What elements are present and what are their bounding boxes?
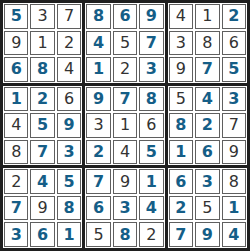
cell-r7c1[interactable]: 2	[4, 169, 28, 194]
cell-r2c8[interactable]: 8	[195, 31, 219, 56]
cell-r9c3[interactable]: 1	[57, 222, 81, 247]
cell-r4c1[interactable]: 1	[4, 87, 28, 112]
block-2-3: 543827169	[168, 86, 247, 166]
cell-r4c3[interactable]: 6	[57, 87, 81, 112]
cell-r8c9[interactable]: 1	[222, 196, 246, 221]
block-1-3: 412386975	[168, 3, 247, 83]
cell-r2c7[interactable]: 3	[169, 31, 193, 56]
cell-r8c6[interactable]: 4	[139, 196, 163, 221]
cell-r7c6[interactable]: 1	[139, 169, 163, 194]
cell-r2c3[interactable]: 2	[57, 31, 81, 56]
cell-r1c1[interactable]: 5	[4, 4, 28, 29]
cell-r2c6[interactable]: 7	[139, 31, 163, 56]
block-3-2: 791634582	[85, 168, 164, 248]
cell-r4c5[interactable]: 7	[113, 87, 137, 112]
cell-r3c5[interactable]: 2	[113, 57, 137, 82]
cell-r2c5[interactable]: 5	[113, 31, 137, 56]
cell-r9c2[interactable]: 6	[30, 222, 54, 247]
cell-r6c7[interactable]: 1	[169, 140, 193, 165]
cell-r1c7[interactable]: 4	[169, 4, 193, 29]
cell-r1c5[interactable]: 6	[113, 4, 137, 29]
cell-r8c4[interactable]: 6	[86, 196, 110, 221]
cell-r7c7[interactable]: 6	[169, 169, 193, 194]
cell-r4c8[interactable]: 4	[195, 87, 219, 112]
cell-r1c2[interactable]: 3	[30, 4, 54, 29]
cell-r3c2[interactable]: 8	[30, 57, 54, 82]
cell-r4c4[interactable]: 9	[86, 87, 110, 112]
cell-r2c2[interactable]: 1	[30, 31, 54, 56]
cell-r9c5[interactable]: 8	[113, 222, 137, 247]
cell-r6c8[interactable]: 6	[195, 140, 219, 165]
cell-r9c8[interactable]: 9	[195, 222, 219, 247]
cell-r5c5[interactable]: 1	[113, 113, 137, 138]
cell-r8c2[interactable]: 9	[30, 196, 54, 221]
cell-r5c6[interactable]: 6	[139, 113, 163, 138]
cell-r6c1[interactable]: 8	[4, 140, 28, 165]
cell-r1c3[interactable]: 7	[57, 4, 81, 29]
cell-r8c3[interactable]: 8	[57, 196, 81, 221]
cell-r6c5[interactable]: 4	[113, 140, 137, 165]
cell-r6c4[interactable]: 2	[86, 140, 110, 165]
cell-r6c2[interactable]: 7	[30, 140, 54, 165]
cell-r4c9[interactable]: 3	[222, 87, 246, 112]
cell-r5c9[interactable]: 7	[222, 113, 246, 138]
cell-r8c7[interactable]: 2	[169, 196, 193, 221]
cell-r4c2[interactable]: 2	[30, 87, 54, 112]
cell-r8c5[interactable]: 3	[113, 196, 137, 221]
cell-r7c2[interactable]: 4	[30, 169, 54, 194]
cell-r3c3[interactable]: 4	[57, 57, 81, 82]
cell-r9c4[interactable]: 5	[86, 222, 110, 247]
cell-r5c1[interactable]: 4	[4, 113, 28, 138]
block-2-2: 978316245	[85, 86, 164, 166]
cell-r7c8[interactable]: 3	[195, 169, 219, 194]
cell-r7c5[interactable]: 9	[113, 169, 137, 194]
cell-r7c4[interactable]: 7	[86, 169, 110, 194]
sudoku-board: 5379126848694571234123869751264598739783…	[0, 0, 250, 251]
cell-r3c7[interactable]: 9	[169, 57, 193, 82]
cell-r3c9[interactable]: 5	[222, 57, 246, 82]
cell-r9c1[interactable]: 3	[4, 222, 28, 247]
block-2-1: 126459873	[3, 86, 82, 166]
cell-r8c8[interactable]: 5	[195, 196, 219, 221]
cell-r2c9[interactable]: 6	[222, 31, 246, 56]
cell-r7c3[interactable]: 5	[57, 169, 81, 194]
cell-r1c4[interactable]: 8	[86, 4, 110, 29]
cell-r3c6[interactable]: 3	[139, 57, 163, 82]
cell-r2c1[interactable]: 9	[4, 31, 28, 56]
cell-r3c4[interactable]: 1	[86, 57, 110, 82]
cell-r9c7[interactable]: 7	[169, 222, 193, 247]
cell-r7c9[interactable]: 8	[222, 169, 246, 194]
cell-r2c4[interactable]: 4	[86, 31, 110, 56]
cell-r6c6[interactable]: 5	[139, 140, 163, 165]
cell-r8c1[interactable]: 7	[4, 196, 28, 221]
cell-r1c8[interactable]: 1	[195, 4, 219, 29]
cell-r4c6[interactable]: 8	[139, 87, 163, 112]
cell-r6c9[interactable]: 9	[222, 140, 246, 165]
block-1-1: 537912684	[3, 3, 82, 83]
cell-r5c2[interactable]: 5	[30, 113, 54, 138]
cell-r5c3[interactable]: 9	[57, 113, 81, 138]
cell-r6c3[interactable]: 3	[57, 140, 81, 165]
block-3-3: 638251794	[168, 168, 247, 248]
block-3-1: 245798361	[3, 168, 82, 248]
block-1-2: 869457123	[85, 3, 164, 83]
cell-r5c8[interactable]: 2	[195, 113, 219, 138]
cell-r4c7[interactable]: 5	[169, 87, 193, 112]
cell-r3c1[interactable]: 6	[4, 57, 28, 82]
cell-r1c6[interactable]: 9	[139, 4, 163, 29]
cell-r5c7[interactable]: 8	[169, 113, 193, 138]
cell-r1c9[interactable]: 2	[222, 4, 246, 29]
cell-r9c9[interactable]: 4	[222, 222, 246, 247]
cell-r9c6[interactable]: 2	[139, 222, 163, 247]
cell-r5c4[interactable]: 3	[86, 113, 110, 138]
cell-r3c8[interactable]: 7	[195, 57, 219, 82]
